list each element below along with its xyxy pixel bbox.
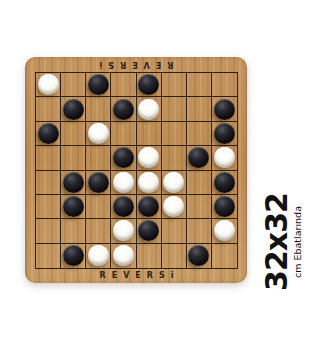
white-disc-c8[interactable] (88, 245, 109, 266)
board-cell-e6[interactable] (137, 195, 162, 219)
board-cell-a8[interactable] (36, 244, 61, 268)
board-title-bottom: REVERSi (35, 271, 238, 280)
board-cell-c5[interactable] (86, 171, 111, 195)
size-unit-text: cm Ebatlarında (292, 206, 303, 278)
white-disc-d7[interactable] (113, 220, 134, 241)
board-cell-b8[interactable] (61, 244, 86, 268)
white-disc-h7[interactable] (214, 220, 235, 241)
white-disc-e4[interactable] (138, 147, 159, 168)
board-cell-f7[interactable] (162, 219, 187, 243)
white-disc-f6[interactable] (163, 196, 184, 217)
board-cell-d1[interactable] (111, 73, 136, 97)
board-cell-g6[interactable] (187, 195, 212, 219)
board-cell-g4[interactable] (187, 146, 212, 170)
board-cell-c4[interactable] (86, 146, 111, 170)
black-disc-h3[interactable] (214, 123, 235, 144)
board-cell-g2[interactable] (187, 97, 212, 121)
black-disc-h5[interactable] (214, 172, 235, 193)
board-cell-c3[interactable] (86, 122, 111, 146)
black-disc-b6[interactable] (63, 196, 84, 217)
board-cell-h7[interactable] (212, 219, 237, 243)
black-disc-b2[interactable] (63, 99, 84, 120)
board-cell-a1[interactable] (36, 73, 61, 97)
board-cell-c6[interactable] (86, 195, 111, 219)
black-disc-c1[interactable] (88, 74, 109, 95)
board-cell-f6[interactable] (162, 195, 187, 219)
black-disc-d4[interactable] (113, 147, 134, 168)
board-cell-f5[interactable] (162, 171, 187, 195)
board-cell-h5[interactable] (212, 171, 237, 195)
board-cell-f2[interactable] (162, 97, 187, 121)
size-dimensions-text: 32x32 (262, 193, 292, 291)
board-cell-h3[interactable] (212, 122, 237, 146)
board-cell-f3[interactable] (162, 122, 187, 146)
board-cell-c8[interactable] (86, 244, 111, 268)
board-cell-c2[interactable] (86, 97, 111, 121)
board-cell-e1[interactable] (137, 73, 162, 97)
white-disc-f5[interactable] (163, 172, 184, 193)
board-cell-e4[interactable] (137, 146, 162, 170)
board-cell-h6[interactable] (212, 195, 237, 219)
board-cell-d4[interactable] (111, 146, 136, 170)
black-disc-a3[interactable] (38, 123, 59, 144)
black-disc-e7[interactable] (138, 220, 159, 241)
black-disc-h2[interactable] (214, 99, 235, 120)
board-cell-g7[interactable] (187, 219, 212, 243)
board-cell-h1[interactable] (212, 73, 237, 97)
board-cell-a5[interactable] (36, 171, 61, 195)
board-cell-d5[interactable] (111, 171, 136, 195)
board-cell-f1[interactable] (162, 73, 187, 97)
board-cell-e2[interactable] (137, 97, 162, 121)
board-cell-d3[interactable] (111, 122, 136, 146)
white-disc-c3[interactable] (88, 123, 109, 144)
black-disc-e6[interactable] (138, 196, 159, 217)
black-disc-b5[interactable] (63, 172, 84, 193)
board-cell-g5[interactable] (187, 171, 212, 195)
board-cell-b6[interactable] (61, 195, 86, 219)
board-cell-d7[interactable] (111, 219, 136, 243)
product-photo: REVERSi REVERSi 32x32 cm Ebatlarında (0, 0, 315, 355)
board-cell-e8[interactable] (137, 244, 162, 268)
black-disc-e1[interactable] (138, 74, 159, 95)
board-cell-h2[interactable] (212, 97, 237, 121)
board-cell-g3[interactable] (187, 122, 212, 146)
board-cell-c7[interactable] (86, 219, 111, 243)
black-disc-g8[interactable] (188, 245, 209, 266)
size-annotation: 32x32 cm Ebatlarında (260, 192, 306, 292)
reversi-board: REVERSi REVERSi (25, 57, 247, 283)
board-cell-e5[interactable] (137, 171, 162, 195)
board-cell-h4[interactable] (212, 146, 237, 170)
board-cell-h8[interactable] (212, 244, 237, 268)
board-cell-a2[interactable] (36, 97, 61, 121)
board-title-top: REVERSi (35, 60, 238, 69)
white-disc-d8[interactable] (113, 245, 134, 266)
board-cell-e3[interactable] (137, 122, 162, 146)
board-cell-d6[interactable] (111, 195, 136, 219)
board-cell-b5[interactable] (61, 171, 86, 195)
board-cell-e7[interactable] (137, 219, 162, 243)
board-cell-a7[interactable] (36, 219, 61, 243)
board-cell-d2[interactable] (111, 97, 136, 121)
board-cell-f8[interactable] (162, 244, 187, 268)
white-disc-d5[interactable] (113, 172, 134, 193)
board-cell-b4[interactable] (61, 146, 86, 170)
black-disc-b8[interactable] (63, 245, 84, 266)
black-disc-h6[interactable] (214, 196, 235, 217)
black-disc-g4[interactable] (188, 147, 209, 168)
board-cell-b2[interactable] (61, 97, 86, 121)
black-disc-d6[interactable] (113, 196, 134, 217)
board-cell-a6[interactable] (36, 195, 61, 219)
board-cell-f4[interactable] (162, 146, 187, 170)
board-grid (35, 72, 238, 269)
black-disc-c5[interactable] (88, 172, 109, 193)
board-cell-g1[interactable] (187, 73, 212, 97)
white-disc-e5[interactable] (138, 172, 159, 193)
board-cell-b1[interactable] (61, 73, 86, 97)
board-cell-a4[interactable] (36, 146, 61, 170)
white-disc-h4[interactable] (214, 147, 235, 168)
white-disc-e2[interactable] (138, 99, 159, 120)
board-cell-b7[interactable] (61, 219, 86, 243)
black-disc-d2[interactable] (113, 99, 134, 120)
board-cell-a3[interactable] (36, 122, 61, 146)
white-disc-a1[interactable] (38, 74, 59, 95)
board-cell-c1[interactable] (86, 73, 111, 97)
board-cell-b3[interactable] (61, 122, 86, 146)
board-cell-d8[interactable] (111, 244, 136, 268)
board-cell-g8[interactable] (187, 244, 212, 268)
